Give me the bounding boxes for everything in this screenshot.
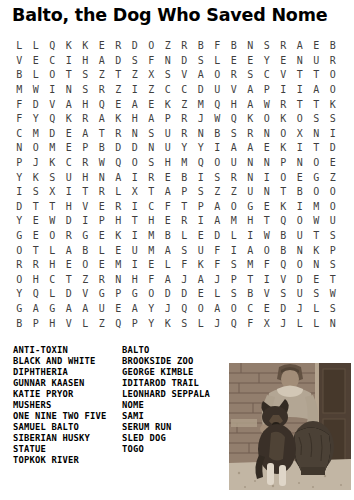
grid-cell: S bbox=[77, 68, 94, 83]
grid-cell: R bbox=[226, 68, 243, 83]
grid-cell: S bbox=[209, 170, 226, 185]
grid-cell: O bbox=[259, 112, 276, 127]
grid-cell: J bbox=[292, 302, 309, 317]
word-list-item: ANTI-TOXIN bbox=[13, 345, 106, 356]
word-list-item: TOGO bbox=[122, 444, 210, 455]
grid-cell: C bbox=[11, 127, 28, 142]
grid-cell: F bbox=[259, 258, 276, 273]
grid-cell: R bbox=[275, 39, 292, 54]
grid-cell: O bbox=[11, 243, 28, 258]
grid-cell: R bbox=[94, 83, 111, 98]
grid-cell: U bbox=[127, 243, 144, 258]
grid-cell: N bbox=[242, 170, 259, 185]
grid-cell: L bbox=[44, 287, 61, 302]
grid-cell: G bbox=[11, 302, 28, 317]
grid-cell: E bbox=[160, 170, 177, 185]
grid-cell: N bbox=[61, 83, 78, 98]
worksheet-page: Balto, the Dog Who Saved Nome LLQKKERDOZ… bbox=[0, 0, 354, 500]
grid-cell: G bbox=[77, 229, 94, 244]
grid-cell: O bbox=[127, 156, 144, 171]
grid-cell: T bbox=[143, 185, 160, 200]
grid-cell: D bbox=[127, 39, 144, 54]
grid-cell: R bbox=[176, 39, 193, 54]
grid-cell: V bbox=[44, 97, 61, 112]
grid-cell: R bbox=[77, 112, 94, 127]
grid-cell: I bbox=[193, 214, 210, 229]
word-list-item: SLED DOG bbox=[122, 433, 210, 444]
grid-cell: O bbox=[44, 68, 61, 83]
grid-cell: Y bbox=[176, 141, 193, 156]
grid-cell: E bbox=[160, 214, 177, 229]
grid-cell: S bbox=[325, 258, 342, 273]
grid-cell: E bbox=[292, 170, 309, 185]
grid-cell: B bbox=[275, 243, 292, 258]
grid-cell: H bbox=[44, 316, 61, 331]
grid-cell: O bbox=[226, 302, 243, 317]
grid-cell: T bbox=[127, 214, 144, 229]
grid-cell: H bbox=[143, 214, 160, 229]
grid-cell: R bbox=[11, 258, 28, 273]
word-list-item: BROOKSIDE ZOO bbox=[122, 356, 210, 367]
grid-cell: N bbox=[242, 39, 259, 54]
grid-cell: L bbox=[176, 229, 193, 244]
grid-cell: K bbox=[61, 112, 78, 127]
grid-cell: S bbox=[143, 127, 160, 142]
grid-cell: Q bbox=[193, 156, 210, 171]
grid-cell: Z bbox=[160, 39, 177, 54]
grid-cell: L bbox=[308, 316, 325, 331]
grid-cell: A bbox=[61, 97, 78, 112]
grid-cell: K bbox=[28, 170, 45, 185]
grid-cell: L bbox=[160, 258, 177, 273]
grid-cell: D bbox=[127, 141, 144, 156]
word-list-item: LEONHARD SEPPALA bbox=[122, 389, 210, 400]
grid-cell: K bbox=[275, 141, 292, 156]
grid-cell: C bbox=[143, 200, 160, 215]
grid-cell: G bbox=[242, 200, 259, 215]
grid-cell: P bbox=[325, 243, 342, 258]
grid-cell: E bbox=[193, 287, 210, 302]
grid-cell: O bbox=[44, 229, 61, 244]
grid-cell: T bbox=[259, 214, 276, 229]
grid-cell: Q bbox=[226, 112, 243, 127]
grid-cell: L bbox=[110, 185, 127, 200]
grid-cell: S bbox=[44, 170, 61, 185]
grid-cell: U bbox=[325, 214, 342, 229]
grid-cell: C bbox=[44, 273, 61, 288]
grid-cell: Z bbox=[77, 273, 94, 288]
grid-cell: O bbox=[77, 258, 94, 273]
grid-cell: F bbox=[143, 54, 160, 69]
grid-cell: D bbox=[292, 273, 309, 288]
grid-cell: Y bbox=[11, 214, 28, 229]
grid-cell: Q bbox=[110, 316, 127, 331]
grid-cell: N bbox=[292, 54, 309, 69]
grid-cell: I bbox=[61, 54, 78, 69]
grid-cell: E bbox=[110, 97, 127, 112]
grid-cell: K bbox=[110, 112, 127, 127]
word-list-item: KATIE PRYOR bbox=[13, 389, 106, 400]
grid-cell: Z bbox=[325, 170, 342, 185]
grid-cell: M bbox=[193, 97, 210, 112]
grid-cell: A bbox=[77, 127, 94, 142]
grid-cell: A bbox=[127, 97, 144, 112]
grid-cell: S bbox=[308, 112, 325, 127]
grid-cell: E bbox=[259, 200, 276, 215]
grid-cell: D bbox=[275, 302, 292, 317]
grid-cell: K bbox=[308, 243, 325, 258]
grid-cell: P bbox=[226, 273, 243, 288]
grid-cell: D bbox=[44, 127, 61, 142]
grid-cell: S bbox=[275, 287, 292, 302]
grid-cell: S bbox=[325, 229, 342, 244]
grid-cell: S bbox=[160, 68, 177, 83]
grid-cell: T bbox=[308, 141, 325, 156]
grid-cell: O bbox=[209, 156, 226, 171]
grid-cell: H bbox=[127, 273, 144, 288]
grid-cell: N bbox=[143, 141, 160, 156]
grid-cell: T bbox=[110, 68, 127, 83]
grid-cell: V bbox=[77, 200, 94, 215]
grid-cell: T bbox=[176, 200, 193, 215]
grid-cell: J bbox=[193, 112, 210, 127]
grid-cell: J bbox=[160, 302, 177, 317]
grid-cell: Q bbox=[44, 112, 61, 127]
grid-cell: P bbox=[11, 156, 28, 171]
grid-cell: U bbox=[292, 229, 309, 244]
grid-cell: S bbox=[259, 39, 276, 54]
grid-cell: Z bbox=[127, 68, 144, 83]
grid-cell: O bbox=[275, 170, 292, 185]
grid-cell: Q bbox=[275, 214, 292, 229]
grid-cell: A bbox=[160, 273, 177, 288]
grid-cell: I bbox=[61, 185, 78, 200]
grid-cell: U bbox=[94, 302, 111, 317]
grid-cell: V bbox=[77, 287, 94, 302]
grid-cell: K bbox=[61, 39, 78, 54]
grid-cell: Y bbox=[143, 316, 160, 331]
grid-cell: W bbox=[94, 156, 111, 171]
grid-cell: Q bbox=[275, 258, 292, 273]
grid-cell: Z bbox=[176, 97, 193, 112]
grid-cell: S bbox=[77, 83, 94, 98]
grid-cell: Q bbox=[209, 97, 226, 112]
grid-cell: E bbox=[28, 229, 45, 244]
grid-cell: L bbox=[28, 39, 45, 54]
grid-cell: A bbox=[28, 302, 45, 317]
grid-cell: A bbox=[110, 170, 127, 185]
grid-cell: T bbox=[28, 200, 45, 215]
grid-cell: P bbox=[28, 316, 45, 331]
grid-cell: A bbox=[94, 112, 111, 127]
grid-cell: E bbox=[259, 141, 276, 156]
grid-cell: G bbox=[94, 287, 111, 302]
grid-cell: P bbox=[176, 185, 193, 200]
word-list-item: IDITAROD TRAIL bbox=[122, 378, 210, 389]
grid-cell: A bbox=[242, 83, 259, 98]
grid-cell: U bbox=[160, 141, 177, 156]
word-list-item: GUNNAR KAASEN bbox=[13, 378, 106, 389]
grid-cell: P bbox=[110, 287, 127, 302]
grid-cell: K bbox=[160, 316, 177, 331]
grid-cell: R bbox=[94, 185, 111, 200]
grid-cell: U bbox=[193, 243, 210, 258]
grid-cell: M bbox=[143, 229, 160, 244]
grid-cell: T bbox=[242, 273, 259, 288]
grid-cell: O bbox=[209, 68, 226, 83]
grid-cell: S bbox=[226, 287, 243, 302]
grid-cell: B bbox=[275, 229, 292, 244]
grid-cell: W bbox=[28, 83, 45, 98]
grid-cell: G bbox=[44, 302, 61, 317]
grid-cell: L bbox=[28, 68, 45, 83]
grid-cell: V bbox=[275, 273, 292, 288]
grid-cell: T bbox=[61, 273, 78, 288]
grid-cell: O bbox=[308, 156, 325, 171]
word-list-item: DIPHTHERIA bbox=[13, 367, 106, 378]
grid-cell: V bbox=[275, 68, 292, 83]
grid-cell: W bbox=[44, 214, 61, 229]
grid-cell: X bbox=[143, 68, 160, 83]
grid-cell: N bbox=[259, 156, 276, 171]
grid-cell: O bbox=[325, 185, 342, 200]
grid-cell: E bbox=[143, 97, 160, 112]
grid-cell: D bbox=[193, 83, 210, 98]
grid-cell: P bbox=[259, 83, 276, 98]
grid-cell: A bbox=[209, 302, 226, 317]
grid-cell: H bbox=[127, 112, 144, 127]
grid-cell: L bbox=[11, 39, 28, 54]
grid-cell: O bbox=[292, 258, 309, 273]
grid-cell: M bbox=[28, 127, 45, 142]
grid-cell: H bbox=[160, 156, 177, 171]
grid-cell: F bbox=[11, 97, 28, 112]
grid-cell: S bbox=[325, 302, 342, 317]
grid-cell: E bbox=[275, 54, 292, 69]
grid-cell: U bbox=[61, 170, 78, 185]
grid-cell: T bbox=[44, 200, 61, 215]
word-list-column-1: ANTI-TOXINBLACK AND WHITEDIPHTHERIAGUNNA… bbox=[13, 345, 106, 466]
grid-cell: H bbox=[77, 97, 94, 112]
grid-cell: I bbox=[193, 170, 210, 185]
grid-cell: L bbox=[209, 287, 226, 302]
grid-cell: H bbox=[44, 258, 61, 273]
grid-cell: J bbox=[176, 273, 193, 288]
grid-cell: C bbox=[242, 302, 259, 317]
grid-cell: I bbox=[259, 273, 276, 288]
grid-cell: L bbox=[193, 316, 210, 331]
grid-cell: A bbox=[193, 273, 210, 288]
grid-cell: I bbox=[292, 83, 309, 98]
grid-cell: Y bbox=[193, 141, 210, 156]
grid-cell: N bbox=[11, 141, 28, 156]
grid-cell: B bbox=[176, 170, 193, 185]
grid-cell: L bbox=[77, 316, 94, 331]
grid-cell: A bbox=[242, 141, 259, 156]
grid-cell: K bbox=[110, 229, 127, 244]
grid-cell: T bbox=[292, 68, 309, 83]
grid-cell: N bbox=[193, 127, 210, 142]
grid-cell: E bbox=[28, 214, 45, 229]
grid-cell: H bbox=[77, 54, 94, 69]
grid-cell: B bbox=[226, 39, 243, 54]
grid-cell: Z bbox=[209, 185, 226, 200]
grid-cell: R bbox=[94, 273, 111, 288]
grid-cell: I bbox=[292, 200, 309, 215]
grid-cell: O bbox=[226, 200, 243, 215]
grid-cell: S bbox=[193, 185, 210, 200]
grid-cell: M bbox=[11, 83, 28, 98]
grid-cell: F bbox=[209, 258, 226, 273]
grid-cell: X bbox=[127, 185, 144, 200]
grid-cell: F bbox=[143, 273, 160, 288]
grid-cell: R bbox=[325, 54, 342, 69]
word-list-item: GEORGE KIMBLE bbox=[122, 367, 210, 378]
grid-cell: W bbox=[259, 97, 276, 112]
grid-cell: P bbox=[127, 316, 144, 331]
grid-cell: O bbox=[325, 68, 342, 83]
grid-cell: C bbox=[176, 83, 193, 98]
grid-cell: U bbox=[226, 156, 243, 171]
grid-cell: N bbox=[308, 127, 325, 142]
grid-cell: N bbox=[127, 127, 144, 142]
grid-cell: I bbox=[226, 243, 243, 258]
grid-cell: U bbox=[242, 185, 259, 200]
grid-cell: U bbox=[292, 287, 309, 302]
grid-cell: N bbox=[308, 258, 325, 273]
grid-cell: I bbox=[127, 200, 144, 215]
grid-cell: P bbox=[160, 112, 177, 127]
grid-cell: N bbox=[110, 273, 127, 288]
word-list-item: TOPKOK RIVER bbox=[13, 455, 106, 466]
grid-cell: A bbox=[242, 243, 259, 258]
grid-cell: L bbox=[292, 316, 309, 331]
grid-cell: C bbox=[259, 68, 276, 83]
grid-cell: E bbox=[28, 54, 45, 69]
grid-cell: J bbox=[28, 156, 45, 171]
grid-cell: H bbox=[61, 200, 78, 215]
word-list-item: SERUM RUN bbox=[122, 422, 210, 433]
grid-cell: G bbox=[11, 229, 28, 244]
word-list-item: SIBERIAN HUSKY bbox=[13, 433, 106, 444]
grid-cell: J bbox=[275, 316, 292, 331]
grid-cell: Q bbox=[176, 302, 193, 317]
grid-cell: N bbox=[259, 127, 276, 142]
grid-cell: R bbox=[28, 258, 45, 273]
grid-cell: B bbox=[11, 68, 28, 83]
grid-cell: D bbox=[209, 229, 226, 244]
grid-cell: C bbox=[160, 83, 177, 98]
grid-cell: V bbox=[11, 54, 28, 69]
grid-cell: J bbox=[209, 273, 226, 288]
grid-cell: Y bbox=[28, 112, 45, 127]
grid-cell: R bbox=[61, 229, 78, 244]
grid-cell: S bbox=[28, 185, 45, 200]
grid-cell: R bbox=[176, 127, 193, 142]
grid-cell: P bbox=[275, 156, 292, 171]
grid-cell: W bbox=[325, 287, 342, 302]
grid-cell: E bbox=[110, 302, 127, 317]
grid-cell: Q bbox=[28, 287, 45, 302]
page-title: Balto, the Dog Who Saved Nome bbox=[12, 5, 327, 25]
grid-cell: A bbox=[209, 200, 226, 215]
word-list-item: STATUE bbox=[13, 444, 106, 455]
grid-cell: D bbox=[28, 97, 45, 112]
grid-cell: I bbox=[44, 83, 61, 98]
grid-cell: N bbox=[325, 316, 342, 331]
grid-cell: A bbox=[143, 112, 160, 127]
grid-cell: R bbox=[226, 170, 243, 185]
grid-cell: I bbox=[127, 83, 144, 98]
grid-cell: Z bbox=[143, 83, 160, 98]
grid-cell: M bbox=[176, 156, 193, 171]
word-list-item: NOME bbox=[122, 400, 210, 411]
grid-cell: L bbox=[308, 302, 325, 317]
grid-cell: R bbox=[77, 156, 94, 171]
grid-cell: K bbox=[77, 39, 94, 54]
grid-cell: Z bbox=[94, 316, 111, 331]
grid-cell: I bbox=[242, 229, 259, 244]
word-list-item: MUSHERS bbox=[13, 400, 106, 411]
word-list-item: BLACK AND WHITE bbox=[13, 356, 106, 367]
grid-cell: M bbox=[308, 200, 325, 215]
grid-cell: L bbox=[226, 229, 243, 244]
grid-cell: R bbox=[242, 127, 259, 142]
grid-cell: E bbox=[308, 39, 325, 54]
grid-cell: E bbox=[61, 127, 78, 142]
grid-cell: D bbox=[176, 287, 193, 302]
grid-cell: O bbox=[28, 141, 45, 156]
grid-cell: S bbox=[193, 54, 210, 69]
grid-cell: O bbox=[193, 302, 210, 317]
grid-cell: S bbox=[325, 112, 342, 127]
grid-cell: S bbox=[176, 316, 193, 331]
grid-cell: P bbox=[77, 141, 94, 156]
grid-cell: P bbox=[193, 200, 210, 215]
grid-cell: S bbox=[226, 127, 243, 142]
grid-cell: S bbox=[242, 68, 259, 83]
grid-cell: W bbox=[209, 112, 226, 127]
grid-cell: E bbox=[143, 258, 160, 273]
grid-cell: A bbox=[209, 214, 226, 229]
word-list-item: SAMUEL BALTO bbox=[13, 422, 106, 433]
grid-cell: O bbox=[292, 214, 309, 229]
grid-cell: E bbox=[308, 273, 325, 288]
grid-cell: T bbox=[308, 229, 325, 244]
grid-cell: Y bbox=[11, 287, 28, 302]
grid-cell: S bbox=[308, 287, 325, 302]
grid-cell: Q bbox=[226, 316, 243, 331]
grid-cell: L bbox=[94, 243, 111, 258]
grid-cell: I bbox=[259, 170, 276, 185]
grid-cell: K bbox=[44, 156, 61, 171]
grid-cell: E bbox=[94, 229, 111, 244]
grid-cell: I bbox=[127, 258, 144, 273]
word-list-item: BALTO bbox=[122, 345, 210, 356]
grid-cell: E bbox=[61, 141, 78, 156]
grid-cell: C bbox=[44, 54, 61, 69]
grid-cell: F bbox=[209, 243, 226, 258]
grid-cell: F bbox=[209, 39, 226, 54]
grid-cell: O bbox=[11, 273, 28, 288]
grid-cell: A bbox=[160, 185, 177, 200]
grid-cell: F bbox=[176, 258, 193, 273]
grid-cell: D bbox=[61, 287, 78, 302]
grid-cell: K bbox=[160, 97, 177, 112]
grid-cell: T bbox=[61, 68, 78, 83]
grid-cell: D bbox=[61, 214, 78, 229]
grid-cell: O bbox=[275, 127, 292, 142]
